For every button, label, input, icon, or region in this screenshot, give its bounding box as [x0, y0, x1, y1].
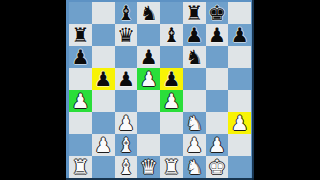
- black-bishop: ♝: [162, 24, 180, 46]
- white-pawn: ♟: [231, 112, 249, 134]
- white-bishop: ♝: [117, 134, 135, 156]
- square-f2: ♟: [183, 134, 206, 156]
- square-b5: ♟: [92, 68, 115, 90]
- black-king: ♚: [208, 2, 226, 24]
- square-e6: [160, 46, 183, 68]
- square-a4: ♟: [69, 90, 92, 112]
- square-b7: [92, 24, 115, 46]
- white-queen: ♛: [140, 156, 158, 178]
- square-e5: ♟: [160, 68, 183, 90]
- square-e3: [160, 112, 183, 134]
- black-pawn: ♟: [94, 68, 112, 90]
- square-b6: [92, 46, 115, 68]
- square-h2: [228, 134, 251, 156]
- square-g7: ♟: [206, 24, 229, 46]
- white-pawn: ♟: [208, 134, 226, 156]
- square-g3: [206, 112, 229, 134]
- square-g4: [206, 90, 229, 112]
- square-b3: [92, 112, 115, 134]
- square-h7: ♟: [228, 24, 251, 46]
- square-h1: [228, 156, 251, 178]
- white-bishop: ♝: [117, 156, 135, 178]
- black-knight: ♞: [140, 2, 158, 24]
- white-pawn: ♟: [140, 68, 158, 90]
- square-h4: [228, 90, 251, 112]
- video-frame: ♝♞♜♚♜♛♝♟♟♟♟♟♞♟♟♟♟♟♟♟♞♟♟♝♟♟♜♝♛♜♞♚: [0, 0, 320, 180]
- square-b8: [92, 2, 115, 24]
- square-d1: ♛: [137, 156, 160, 178]
- square-f1: ♞: [183, 156, 206, 178]
- white-pawn: ♟: [94, 134, 112, 156]
- square-a7: ♜: [69, 24, 92, 46]
- black-pawn: ♟: [185, 24, 203, 46]
- square-f6: ♞: [183, 46, 206, 68]
- black-rook: ♜: [185, 2, 203, 24]
- black-rook: ♜: [71, 24, 89, 46]
- square-b4: [92, 90, 115, 112]
- black-bishop: ♝: [117, 2, 135, 24]
- square-c8: ♝: [115, 2, 138, 24]
- square-f5: [183, 68, 206, 90]
- square-c1: ♝: [115, 156, 138, 178]
- square-f8: ♜: [183, 2, 206, 24]
- white-knight: ♞: [185, 156, 203, 178]
- square-e2: [160, 134, 183, 156]
- square-a6: ♟: [69, 46, 92, 68]
- black-knight: ♞: [185, 46, 203, 68]
- square-h5: [228, 68, 251, 90]
- square-a3: [69, 112, 92, 134]
- square-d2: [137, 134, 160, 156]
- chess-board-border: ♝♞♜♚♜♛♝♟♟♟♟♟♞♟♟♟♟♟♟♟♞♟♟♝♟♟♜♝♛♜♞♚: [66, 0, 254, 180]
- square-g5: [206, 68, 229, 90]
- black-queen: ♛: [117, 24, 135, 46]
- black-pawn: ♟: [117, 68, 135, 90]
- white-pawn: ♟: [185, 134, 203, 156]
- square-g1: ♚: [206, 156, 229, 178]
- white-king: ♚: [208, 156, 226, 178]
- black-pawn: ♟: [162, 68, 180, 90]
- square-d7: [137, 24, 160, 46]
- square-b2: ♟: [92, 134, 115, 156]
- square-e4: ♟: [160, 90, 183, 112]
- white-rook: ♜: [71, 156, 89, 178]
- black-pawn: ♟: [71, 46, 89, 68]
- white-pawn: ♟: [162, 90, 180, 112]
- chess-board: ♝♞♜♚♜♛♝♟♟♟♟♟♞♟♟♟♟♟♟♟♞♟♟♝♟♟♜♝♛♜♞♚: [69, 2, 251, 178]
- square-f7: ♟: [183, 24, 206, 46]
- square-g8: ♚: [206, 2, 229, 24]
- square-a8: [69, 2, 92, 24]
- square-e7: ♝: [160, 24, 183, 46]
- square-e8: [160, 2, 183, 24]
- square-c4: [115, 90, 138, 112]
- square-f3: ♞: [183, 112, 206, 134]
- square-d8: ♞: [137, 2, 160, 24]
- white-pawn: ♟: [71, 90, 89, 112]
- square-c5: ♟: [115, 68, 138, 90]
- square-c7: ♛: [115, 24, 138, 46]
- square-c3: ♟: [115, 112, 138, 134]
- square-c6: [115, 46, 138, 68]
- square-a5: [69, 68, 92, 90]
- square-d6: ♟: [137, 46, 160, 68]
- square-b1: [92, 156, 115, 178]
- square-e1: ♜: [160, 156, 183, 178]
- square-a2: [69, 134, 92, 156]
- square-h6: [228, 46, 251, 68]
- square-d5: ♟: [137, 68, 160, 90]
- white-pawn: ♟: [117, 112, 135, 134]
- square-a1: ♜: [69, 156, 92, 178]
- white-rook: ♜: [162, 156, 180, 178]
- square-g2: ♟: [206, 134, 229, 156]
- square-g6: [206, 46, 229, 68]
- square-h3: ♟: [228, 112, 251, 134]
- black-pawn: ♟: [140, 46, 158, 68]
- square-f4: [183, 90, 206, 112]
- black-pawn: ♟: [231, 24, 249, 46]
- black-pawn: ♟: [208, 24, 226, 46]
- square-d4: [137, 90, 160, 112]
- square-h8: [228, 2, 251, 24]
- square-d3: [137, 112, 160, 134]
- white-knight: ♞: [185, 112, 203, 134]
- square-c2: ♝: [115, 134, 138, 156]
